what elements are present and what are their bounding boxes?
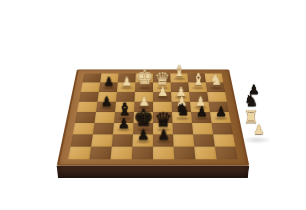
black-pawn-glyph: ♟ [195, 105, 207, 118]
white-pawn-glyph: ♟ [157, 85, 168, 98]
captured-black-knight[interactable]: ♞ [244, 93, 258, 109]
white-bishop-glyph: ♝ [191, 72, 205, 88]
black-pawn-b7[interactable]: ♟ [99, 82, 118, 91]
black-pawn-c3[interactable]: ♟ [113, 123, 134, 135]
black-knight-f4[interactable]: ♞ [172, 112, 192, 123]
captured-white-rook[interactable]: ♜ [243, 108, 259, 126]
white-pawn-e6[interactable]: ♟ [153, 92, 172, 102]
white-pawn-glyph: ♟ [121, 76, 132, 88]
black-pawn-glyph: ♟ [100, 95, 112, 108]
black-pawn-h4[interactable]: ♟ [210, 112, 231, 123]
white-knight-glyph: ♞ [209, 73, 222, 88]
black-knight-glyph: ♞ [175, 102, 190, 118]
white-bishop-f8[interactable]: ♝ [170, 74, 188, 83]
captured-black-pawn[interactable]: ♟ [248, 83, 260, 96]
black-pawn-d2[interactable]: ♟ [132, 134, 153, 146]
black-pawn-glyph: ♟ [103, 76, 114, 88]
white-bishop-glyph: ♝ [172, 63, 186, 79]
white-pawn-c7[interactable]: ♟ [117, 82, 135, 91]
white-king-glyph: ♚ [135, 67, 154, 88]
black-pawn-glyph: ♟ [215, 105, 227, 118]
black-pawn-glyph: ♟ [137, 128, 150, 142]
captured-pieces-shadow [242, 136, 272, 144]
black-pawn-glyph: ♟ [157, 128, 170, 142]
black-pawn-e2[interactable]: ♟ [153, 134, 174, 146]
white-knight-h7[interactable]: ♞ [206, 82, 225, 91]
black-pawn-g4[interactable]: ♟ [191, 112, 212, 123]
white-king-d7[interactable]: ♚ [135, 82, 153, 91]
chess-board-scene: ♝♟♟♚♛♝♞♟♟♟♟♟♟♝♞♟♟♟♚♛♟♟ [68, 27, 238, 197]
pieces-layer: ♝♟♟♚♛♝♞♟♟♟♟♟♟♝♞♟♟♟♚♛♟♟ [68, 74, 238, 160]
black-pawn-glyph: ♟ [117, 116, 129, 130]
white-bishop-g7[interactable]: ♝ [188, 82, 207, 91]
black-pawn-b5[interactable]: ♟ [96, 102, 116, 112]
chess-board: ♝♟♟♚♛♝♞♟♟♟♟♟♟♝♞♟♟♟♚♛♟♟ [57, 69, 250, 165]
board-tilt-wrapper: ♝♟♟♚♛♝♞♟♟♟♟♟♟♝♞♟♟♟♚♛♟♟ [57, 69, 250, 165]
box-front-edge [57, 166, 250, 178]
captured-white-pawn[interactable]: ♟ [253, 123, 265, 136]
product-photo: ♝♟♟♚♛♝♞♟♟♟♟♟♟♝♞♟♟♟♚♛♟♟ ♟♞♜♟ [0, 0, 306, 210]
